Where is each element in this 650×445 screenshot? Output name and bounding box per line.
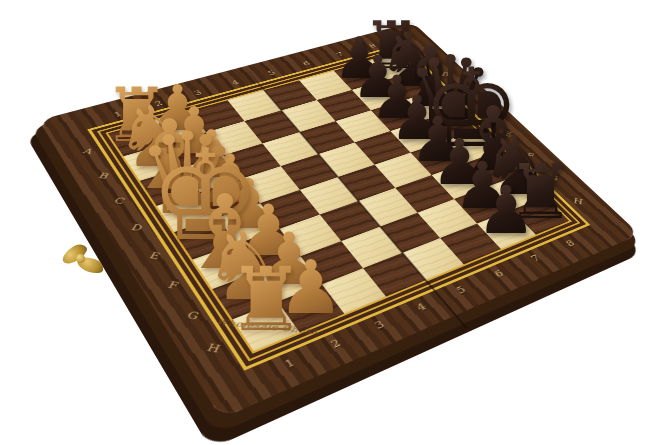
white-rook-h1[interactable]: ♜ xyxy=(227,257,306,345)
chess-set-photo: Wholesale Chess AABBCCDDEEFFGGHH11223344… xyxy=(0,0,650,445)
file-label-left-a: A xyxy=(81,147,95,156)
rank-label-front-2: 2 xyxy=(328,337,343,350)
rank-label-far-4: 4 xyxy=(230,79,241,87)
rank-label-front-1: 1 xyxy=(282,356,297,370)
rank-label-front-5: 5 xyxy=(454,284,468,296)
file-label-left-h: H xyxy=(205,342,222,356)
rank-label-front-6: 6 xyxy=(492,268,506,279)
rank-label-far-6: 6 xyxy=(301,60,312,67)
file-label-left-b: B xyxy=(96,171,111,181)
rank-label-front-7: 7 xyxy=(528,253,542,264)
rank-label-front-8: 8 xyxy=(563,238,577,249)
rank-label-front-3: 3 xyxy=(372,318,387,331)
brass-latch-icon xyxy=(60,243,110,281)
rank-label-front-4: 4 xyxy=(414,301,429,313)
file-label-left-c: C xyxy=(112,196,127,206)
rank-label-far-5: 5 xyxy=(266,69,277,77)
file-label-left-g: G xyxy=(185,310,201,323)
brass-latch-knob xyxy=(76,254,85,263)
file-label-right-h: H xyxy=(573,197,584,207)
black-pawn-h7[interactable]: ♟ xyxy=(476,178,535,244)
